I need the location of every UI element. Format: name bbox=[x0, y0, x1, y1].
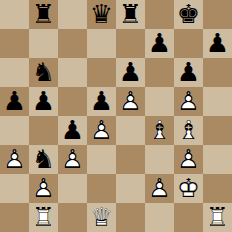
square-d6[interactable] bbox=[87, 58, 116, 87]
square-f8[interactable] bbox=[145, 0, 174, 29]
white-bishop: ♝♗ bbox=[145, 116, 174, 145]
square-g2[interactable]: ♚♔ bbox=[174, 174, 203, 203]
square-b2[interactable]: ♟♙ bbox=[29, 174, 58, 203]
square-d1[interactable]: ♛♕ bbox=[87, 203, 116, 232]
square-h8[interactable] bbox=[203, 0, 232, 29]
square-b1[interactable]: ♜♖ bbox=[29, 203, 58, 232]
square-d5[interactable]: ♟ bbox=[87, 87, 116, 116]
black-queen: ♛ bbox=[87, 0, 116, 29]
black-pawn: ♟ bbox=[203, 29, 232, 58]
square-c2[interactable] bbox=[58, 174, 87, 203]
white-bishop: ♝♗ bbox=[174, 116, 203, 145]
square-g5[interactable]: ♟♙ bbox=[174, 87, 203, 116]
black-pawn: ♟ bbox=[87, 87, 116, 116]
square-d2[interactable] bbox=[87, 174, 116, 203]
white-pawn: ♟♙ bbox=[87, 116, 116, 145]
square-e7[interactable] bbox=[116, 29, 145, 58]
square-e6[interactable]: ♟ bbox=[116, 58, 145, 87]
square-a8[interactable] bbox=[0, 0, 29, 29]
square-h5[interactable] bbox=[203, 87, 232, 116]
square-f3[interactable] bbox=[145, 145, 174, 174]
square-f6[interactable] bbox=[145, 58, 174, 87]
square-b6[interactable]: ♞ bbox=[29, 58, 58, 87]
square-a1[interactable] bbox=[0, 203, 29, 232]
square-f1[interactable] bbox=[145, 203, 174, 232]
black-knight: ♞ bbox=[29, 58, 58, 87]
black-rook: ♜ bbox=[116, 0, 145, 29]
white-rook: ♜♖ bbox=[203, 203, 232, 232]
square-c8[interactable] bbox=[58, 0, 87, 29]
square-d8[interactable]: ♛ bbox=[87, 0, 116, 29]
square-f7[interactable]: ♟ bbox=[145, 29, 174, 58]
square-b5[interactable]: ♟ bbox=[29, 87, 58, 116]
chess-board: ♜♛♜♚♟♟♞♟♟♟♟♟♟♙♟♙♟♟♙♝♗♝♗♟♙♞♟♙♟♙♟♙♟♙♚♔♜♖♛♕… bbox=[0, 0, 232, 232]
black-pawn: ♟ bbox=[145, 29, 174, 58]
square-a2[interactable] bbox=[0, 174, 29, 203]
black-rook: ♜ bbox=[29, 0, 58, 29]
square-e2[interactable] bbox=[116, 174, 145, 203]
square-a7[interactable] bbox=[0, 29, 29, 58]
square-f4[interactable]: ♝♗ bbox=[145, 116, 174, 145]
square-a5[interactable]: ♟ bbox=[0, 87, 29, 116]
square-a3[interactable]: ♟♙ bbox=[0, 145, 29, 174]
black-pawn: ♟ bbox=[116, 58, 145, 87]
white-queen: ♛♕ bbox=[87, 203, 116, 232]
square-h2[interactable] bbox=[203, 174, 232, 203]
square-g6[interactable]: ♟ bbox=[174, 58, 203, 87]
square-e5[interactable]: ♟♙ bbox=[116, 87, 145, 116]
square-h6[interactable] bbox=[203, 58, 232, 87]
square-h3[interactable] bbox=[203, 145, 232, 174]
square-g3[interactable]: ♟♙ bbox=[174, 145, 203, 174]
square-e3[interactable] bbox=[116, 145, 145, 174]
square-g8[interactable]: ♚ bbox=[174, 0, 203, 29]
square-e1[interactable] bbox=[116, 203, 145, 232]
square-a6[interactable] bbox=[0, 58, 29, 87]
square-c3[interactable]: ♟♙ bbox=[58, 145, 87, 174]
square-g1[interactable] bbox=[174, 203, 203, 232]
black-knight: ♞ bbox=[29, 145, 58, 174]
white-pawn: ♟♙ bbox=[145, 174, 174, 203]
white-pawn: ♟♙ bbox=[0, 145, 29, 174]
square-b7[interactable] bbox=[29, 29, 58, 58]
square-d7[interactable] bbox=[87, 29, 116, 58]
black-pawn: ♟ bbox=[58, 116, 87, 145]
square-c4[interactable]: ♟ bbox=[58, 116, 87, 145]
white-pawn: ♟♙ bbox=[58, 145, 87, 174]
square-h4[interactable] bbox=[203, 116, 232, 145]
square-h7[interactable]: ♟ bbox=[203, 29, 232, 58]
square-c7[interactable] bbox=[58, 29, 87, 58]
square-e4[interactable] bbox=[116, 116, 145, 145]
square-f2[interactable]: ♟♙ bbox=[145, 174, 174, 203]
square-g7[interactable] bbox=[174, 29, 203, 58]
white-pawn: ♟♙ bbox=[29, 174, 58, 203]
square-c1[interactable] bbox=[58, 203, 87, 232]
square-h1[interactable]: ♜♖ bbox=[203, 203, 232, 232]
square-f5[interactable] bbox=[145, 87, 174, 116]
square-b3[interactable]: ♞ bbox=[29, 145, 58, 174]
square-d4[interactable]: ♟♙ bbox=[87, 116, 116, 145]
white-pawn: ♟♙ bbox=[174, 145, 203, 174]
white-rook: ♜♖ bbox=[29, 203, 58, 232]
square-a4[interactable] bbox=[0, 116, 29, 145]
square-d3[interactable] bbox=[87, 145, 116, 174]
square-b4[interactable] bbox=[29, 116, 58, 145]
square-c5[interactable] bbox=[58, 87, 87, 116]
black-pawn: ♟ bbox=[0, 87, 29, 116]
white-king: ♚♔ bbox=[174, 174, 203, 203]
white-pawn: ♟♙ bbox=[174, 87, 203, 116]
white-pawn: ♟♙ bbox=[116, 87, 145, 116]
square-b8[interactable]: ♜ bbox=[29, 0, 58, 29]
black-pawn: ♟ bbox=[174, 58, 203, 87]
square-g4[interactable]: ♝♗ bbox=[174, 116, 203, 145]
black-pawn: ♟ bbox=[29, 87, 58, 116]
black-king: ♚ bbox=[174, 0, 203, 29]
square-c6[interactable] bbox=[58, 58, 87, 87]
square-e8[interactable]: ♜ bbox=[116, 0, 145, 29]
